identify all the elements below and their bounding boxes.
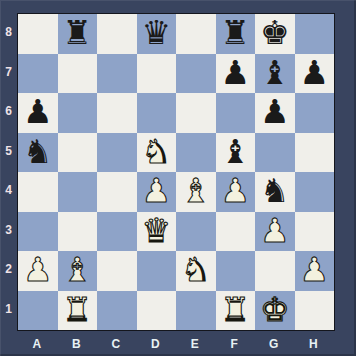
square-b1[interactable]: ♜: [58, 291, 98, 331]
piece-white-rook[interactable]: ♜: [220, 293, 250, 326]
piece-black-pawn[interactable]: ♟: [260, 95, 290, 128]
square-c7[interactable]: [97, 54, 137, 94]
rank-label-1: 1: [0, 290, 17, 330]
file-label-d: D: [136, 333, 176, 355]
square-f3[interactable]: [216, 212, 256, 252]
square-a1[interactable]: [18, 291, 58, 331]
board-frame: ♜♛♜♚♟♝♟♟♟♞♞♝♟♝♟♞♛♟♟♝♞♟♜♜♚ 87654321 ABCDE…: [0, 0, 356, 356]
square-c1[interactable]: [97, 291, 137, 331]
square-f1[interactable]: ♜: [216, 291, 256, 331]
square-h4[interactable]: [295, 172, 335, 212]
square-g7[interactable]: ♝: [255, 54, 295, 94]
piece-white-bishop[interactable]: ♝: [62, 253, 92, 286]
square-g2[interactable]: [255, 251, 295, 291]
square-g5[interactable]: [255, 133, 295, 173]
rank-label-4: 4: [0, 171, 17, 211]
square-b2[interactable]: ♝: [58, 251, 98, 291]
square-d4[interactable]: ♟: [137, 172, 177, 212]
square-c4[interactable]: [97, 172, 137, 212]
square-g4[interactable]: ♞: [255, 172, 295, 212]
square-e1[interactable]: [176, 291, 216, 331]
rank-label-8: 8: [0, 13, 17, 53]
square-f6[interactable]: [216, 93, 256, 133]
square-b8[interactable]: ♜: [58, 14, 98, 54]
square-e3[interactable]: [176, 212, 216, 252]
square-d8[interactable]: ♛: [137, 14, 177, 54]
square-g3[interactable]: ♟: [255, 212, 295, 252]
square-b3[interactable]: [58, 212, 98, 252]
piece-black-rook[interactable]: ♜: [220, 16, 250, 49]
piece-black-knight[interactable]: ♞: [23, 135, 53, 168]
square-d3[interactable]: ♛: [137, 212, 177, 252]
square-b5[interactable]: [58, 133, 98, 173]
square-e6[interactable]: [176, 93, 216, 133]
piece-white-king[interactable]: ♚: [260, 293, 290, 326]
file-label-a: A: [17, 333, 57, 355]
file-label-h: H: [294, 333, 334, 355]
piece-white-knight[interactable]: ♞: [181, 253, 211, 286]
piece-black-king[interactable]: ♚: [260, 16, 290, 49]
square-d6[interactable]: [137, 93, 177, 133]
square-h6[interactable]: [295, 93, 335, 133]
file-label-e: E: [175, 333, 215, 355]
square-h5[interactable]: [295, 133, 335, 173]
square-g6[interactable]: ♟: [255, 93, 295, 133]
square-a5[interactable]: ♞: [18, 133, 58, 173]
rank-label-5: 5: [0, 132, 17, 172]
square-h8[interactable]: [295, 14, 335, 54]
rank-label-3: 3: [0, 211, 17, 251]
square-f4[interactable]: ♟: [216, 172, 256, 212]
square-f2[interactable]: [216, 251, 256, 291]
square-c5[interactable]: [97, 133, 137, 173]
square-d7[interactable]: [137, 54, 177, 94]
square-b7[interactable]: [58, 54, 98, 94]
square-e8[interactable]: [176, 14, 216, 54]
square-c3[interactable]: [97, 212, 137, 252]
piece-black-pawn[interactable]: ♟: [23, 95, 53, 128]
rank-label-6: 6: [0, 92, 17, 132]
square-a3[interactable]: [18, 212, 58, 252]
piece-white-pawn[interactable]: ♟: [260, 214, 290, 247]
square-h2[interactable]: ♟: [295, 251, 335, 291]
square-e4[interactable]: ♝: [176, 172, 216, 212]
square-a8[interactable]: [18, 14, 58, 54]
square-g8[interactable]: ♚: [255, 14, 295, 54]
piece-black-bishop[interactable]: ♝: [220, 135, 250, 168]
rank-label-2: 2: [0, 250, 17, 290]
piece-white-queen[interactable]: ♛: [141, 214, 171, 247]
square-d2[interactable]: [137, 251, 177, 291]
file-label-g: G: [254, 333, 294, 355]
square-a2[interactable]: ♟: [18, 251, 58, 291]
square-f5[interactable]: ♝: [216, 133, 256, 173]
file-label-f: F: [215, 333, 255, 355]
square-a4[interactable]: [18, 172, 58, 212]
piece-white-pawn[interactable]: ♟: [220, 174, 250, 207]
piece-white-pawn[interactable]: ♟: [299, 253, 329, 286]
piece-black-knight[interactable]: ♞: [260, 174, 290, 207]
piece-white-rook[interactable]: ♜: [62, 293, 92, 326]
square-e7[interactable]: [176, 54, 216, 94]
square-h7[interactable]: ♟: [295, 54, 335, 94]
piece-black-pawn[interactable]: ♟: [220, 56, 250, 89]
piece-black-pawn[interactable]: ♟: [299, 56, 329, 89]
piece-white-bishop[interactable]: ♝: [181, 174, 211, 207]
square-c6[interactable]: [97, 93, 137, 133]
square-c8[interactable]: [97, 14, 137, 54]
piece-white-pawn[interactable]: ♟: [141, 174, 171, 207]
square-g1[interactable]: ♚: [255, 291, 295, 331]
square-h1[interactable]: [295, 291, 335, 331]
rank-label-7: 7: [0, 53, 17, 93]
file-label-b: B: [57, 333, 97, 355]
square-e2[interactable]: ♞: [176, 251, 216, 291]
piece-black-queen[interactable]: ♛: [141, 16, 171, 49]
square-f8[interactable]: ♜: [216, 14, 256, 54]
square-a6[interactable]: ♟: [18, 93, 58, 133]
square-e5[interactable]: [176, 133, 216, 173]
square-c2[interactable]: [97, 251, 137, 291]
piece-white-knight[interactable]: ♞: [141, 135, 171, 168]
square-d1[interactable]: [137, 291, 177, 331]
piece-white-pawn[interactable]: ♟: [23, 253, 53, 286]
square-h3[interactable]: [295, 212, 335, 252]
piece-black-rook[interactable]: ♜: [62, 16, 92, 49]
square-b4[interactable]: [58, 172, 98, 212]
square-d5[interactable]: ♞: [137, 133, 177, 173]
file-label-c: C: [96, 333, 136, 355]
square-f7[interactable]: ♟: [216, 54, 256, 94]
square-a7[interactable]: [18, 54, 58, 94]
chess-board: ♜♛♜♚♟♝♟♟♟♞♞♝♟♝♟♞♛♟♟♝♞♟♜♜♚: [17, 13, 335, 331]
piece-black-bishop[interactable]: ♝: [260, 56, 290, 89]
square-b6[interactable]: [58, 93, 98, 133]
